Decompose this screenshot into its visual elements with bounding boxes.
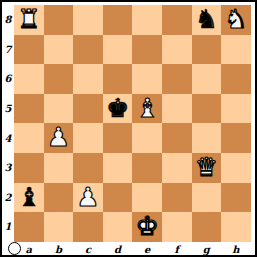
square-e1[interactable]: ♚ xyxy=(132,212,162,242)
square-f8[interactable] xyxy=(162,5,192,35)
square-a4[interactable] xyxy=(14,123,44,153)
square-f6[interactable] xyxy=(162,64,192,94)
square-d1[interactable] xyxy=(103,212,133,242)
square-b8[interactable] xyxy=(44,5,74,35)
square-d4[interactable] xyxy=(103,123,133,153)
square-a6[interactable] xyxy=(14,64,44,94)
file-label-d: d xyxy=(103,243,133,256)
rank-label-6: 6 xyxy=(2,64,14,94)
piece-black-bishop[interactable]: ♝ xyxy=(17,183,40,213)
piece-white-knight[interactable]: ♞ xyxy=(224,5,247,35)
piece-white-rook[interactable]: ♜ xyxy=(17,5,40,35)
square-b4[interactable]: ♟ xyxy=(44,123,74,153)
file-label-g: g xyxy=(192,243,222,256)
square-e6[interactable] xyxy=(132,64,162,94)
square-b7[interactable] xyxy=(44,35,74,65)
square-b6[interactable] xyxy=(44,64,74,94)
square-e7[interactable] xyxy=(132,35,162,65)
square-e8[interactable] xyxy=(132,5,162,35)
rank-labels: 87654321 xyxy=(2,5,14,242)
square-g8[interactable]: ♞ xyxy=(192,5,222,35)
square-d2[interactable] xyxy=(103,183,133,213)
file-label-h: h xyxy=(221,243,251,256)
piece-white-queen[interactable]: ♛ xyxy=(195,153,218,183)
square-h1[interactable] xyxy=(221,212,251,242)
square-g3[interactable]: ♛ xyxy=(192,153,222,183)
rank-label-5: 5 xyxy=(2,94,14,124)
file-label-f: f xyxy=(162,243,192,256)
square-c1[interactable] xyxy=(73,212,103,242)
rank-label-8: 8 xyxy=(2,5,14,35)
square-c4[interactable] xyxy=(73,123,103,153)
piece-black-knight[interactable]: ♞ xyxy=(195,5,218,35)
square-a5[interactable] xyxy=(14,94,44,124)
square-h2[interactable] xyxy=(221,183,251,213)
rank-label-4: 4 xyxy=(2,123,14,153)
rank-label-2: 2 xyxy=(2,183,14,213)
square-g4[interactable] xyxy=(192,123,222,153)
file-label-b: b xyxy=(44,243,74,256)
square-g5[interactable] xyxy=(192,94,222,124)
square-b3[interactable] xyxy=(44,153,74,183)
square-g6[interactable] xyxy=(192,64,222,94)
square-a1[interactable] xyxy=(14,212,44,242)
square-c6[interactable] xyxy=(73,64,103,94)
square-d3[interactable] xyxy=(103,153,133,183)
chess-board: ♜♞♞♚♝♟♛♝♟♚ xyxy=(14,5,251,242)
square-e5[interactable]: ♝ xyxy=(132,94,162,124)
square-e2[interactable] xyxy=(132,183,162,213)
piece-white-bishop[interactable]: ♝ xyxy=(136,94,159,124)
square-f2[interactable] xyxy=(162,183,192,213)
square-c5[interactable] xyxy=(73,94,103,124)
square-b5[interactable] xyxy=(44,94,74,124)
rank-label-3: 3 xyxy=(2,153,14,183)
square-g1[interactable] xyxy=(192,212,222,242)
chess-diagram: 87654321 ♜♞♞♚♝♟♛♝♟♚ abcdefgh xyxy=(0,0,257,257)
square-a2[interactable]: ♝ xyxy=(14,183,44,213)
piece-black-king[interactable]: ♚ xyxy=(106,94,129,124)
rank-label-7: 7 xyxy=(2,35,14,65)
piece-white-pawn[interactable]: ♟ xyxy=(76,183,99,213)
square-g7[interactable] xyxy=(192,35,222,65)
square-h5[interactable] xyxy=(221,94,251,124)
square-d6[interactable] xyxy=(103,64,133,94)
square-f1[interactable] xyxy=(162,212,192,242)
square-e4[interactable] xyxy=(132,123,162,153)
square-h8[interactable]: ♞ xyxy=(221,5,251,35)
square-a8[interactable]: ♜ xyxy=(14,5,44,35)
file-labels: abcdefgh xyxy=(14,243,251,256)
square-e3[interactable] xyxy=(132,153,162,183)
file-label-e: e xyxy=(132,243,162,256)
square-f5[interactable] xyxy=(162,94,192,124)
square-b2[interactable] xyxy=(44,183,74,213)
square-d5[interactable]: ♚ xyxy=(103,94,133,124)
piece-white-king[interactable]: ♚ xyxy=(136,212,159,242)
rank-label-1: 1 xyxy=(2,212,14,242)
square-d8[interactable] xyxy=(103,5,133,35)
square-b1[interactable] xyxy=(44,212,74,242)
white-to-move-indicator xyxy=(8,242,21,255)
square-d7[interactable] xyxy=(103,35,133,65)
square-f3[interactable] xyxy=(162,153,192,183)
square-c7[interactable] xyxy=(73,35,103,65)
piece-white-pawn[interactable]: ♟ xyxy=(47,123,70,153)
square-f4[interactable] xyxy=(162,123,192,153)
file-label-c: c xyxy=(73,243,103,256)
square-h3[interactable] xyxy=(221,153,251,183)
square-h7[interactable] xyxy=(221,35,251,65)
square-g2[interactable] xyxy=(192,183,222,213)
square-c3[interactable] xyxy=(73,153,103,183)
square-h6[interactable] xyxy=(221,64,251,94)
square-c8[interactable] xyxy=(73,5,103,35)
square-a3[interactable] xyxy=(14,153,44,183)
square-c2[interactable]: ♟ xyxy=(73,183,103,213)
square-h4[interactable] xyxy=(221,123,251,153)
square-f7[interactable] xyxy=(162,35,192,65)
square-a7[interactable] xyxy=(14,35,44,65)
